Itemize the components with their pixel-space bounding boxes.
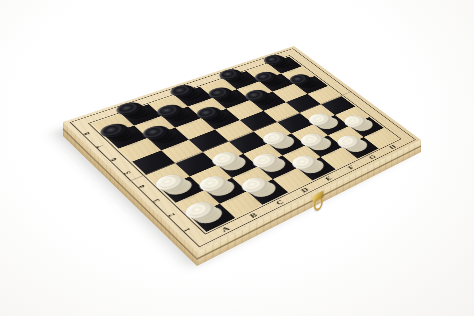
checkers-board: ABCDEFGH12345678: [63, 46, 421, 252]
product-photo-scene: ABCDEFGH12345678: [0, 0, 474, 316]
